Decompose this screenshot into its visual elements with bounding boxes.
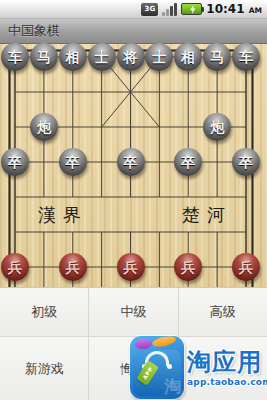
black-piece-卒[interactable]: 卒 bbox=[117, 148, 145, 176]
tao-watermark: 淘 bbox=[164, 375, 181, 398]
bag-content-purple bbox=[134, 338, 152, 350]
black-piece-车[interactable]: 车 bbox=[1, 43, 29, 71]
xiangqi-board[interactable]: 漢界 楚河 车马相士将士相马车炮炮卒卒卒卒卒兵兵兵兵兵 bbox=[0, 44, 267, 287]
meridiem-text: AM bbox=[249, 6, 262, 15]
black-piece-炮[interactable]: 炮 bbox=[203, 113, 231, 141]
river-label-left: 漢界 bbox=[38, 204, 88, 225]
ad-url: app.taobao.com bbox=[187, 377, 267, 387]
black-piece-马[interactable]: 马 bbox=[30, 43, 58, 71]
ad-banner[interactable]: APP 淘 淘应用 app.taobao.com bbox=[130, 336, 267, 400]
button-intermediate[interactable]: 中级 bbox=[89, 288, 178, 336]
app-screen: 3G 10:41 AM 中国象棋 漢界 楚河 车马相士将士相马车炮炮卒卒卒卒卒兵… bbox=[0, 0, 267, 400]
red-piece-兵[interactable]: 兵 bbox=[117, 253, 145, 281]
status-bar: 3G 10:41 AM bbox=[0, 0, 267, 19]
title-bar: 中国象棋 bbox=[0, 19, 267, 44]
button-beginner[interactable]: 初级 bbox=[0, 288, 89, 336]
black-piece-将[interactable]: 将 bbox=[117, 43, 145, 71]
taobao-app-store-icon[interactable]: APP 淘 bbox=[130, 336, 184, 399]
black-piece-马[interactable]: 马 bbox=[203, 43, 231, 71]
river-label-right: 楚河 bbox=[182, 204, 232, 225]
red-piece-兵[interactable]: 兵 bbox=[232, 253, 260, 281]
handle-rivet-right bbox=[167, 364, 172, 369]
red-piece-兵[interactable]: 兵 bbox=[1, 253, 29, 281]
button-new-game[interactable]: 新游戏 bbox=[0, 337, 89, 400]
battery-charging-icon bbox=[181, 3, 202, 15]
black-piece-卒[interactable]: 卒 bbox=[232, 148, 260, 176]
time-text: 10:41 bbox=[206, 2, 244, 16]
difficulty-row: 初级 中级 高级 bbox=[0, 288, 267, 337]
lightning-bolt-icon bbox=[189, 5, 196, 14]
clock: 10:41 AM bbox=[206, 2, 262, 16]
black-piece-炮[interactable]: 炮 bbox=[30, 113, 58, 141]
red-piece-兵[interactable]: 兵 bbox=[59, 253, 87, 281]
network-3g-icon: 3G bbox=[141, 3, 158, 16]
app-title: 中国象棋 bbox=[8, 22, 60, 40]
black-piece-卒[interactable]: 卒 bbox=[1, 148, 29, 176]
black-piece-车[interactable]: 车 bbox=[232, 43, 260, 71]
bag-content-orange bbox=[151, 335, 176, 349]
signal-strength-icon bbox=[162, 3, 177, 16]
black-piece-士[interactable]: 士 bbox=[88, 43, 116, 71]
black-piece-卒[interactable]: 卒 bbox=[59, 148, 87, 176]
black-piece-相[interactable]: 相 bbox=[59, 43, 87, 71]
ad-title: 淘应用 bbox=[187, 350, 267, 374]
ad-text-block: 淘应用 app.taobao.com bbox=[184, 336, 267, 400]
button-advanced[interactable]: 高级 bbox=[179, 288, 267, 336]
